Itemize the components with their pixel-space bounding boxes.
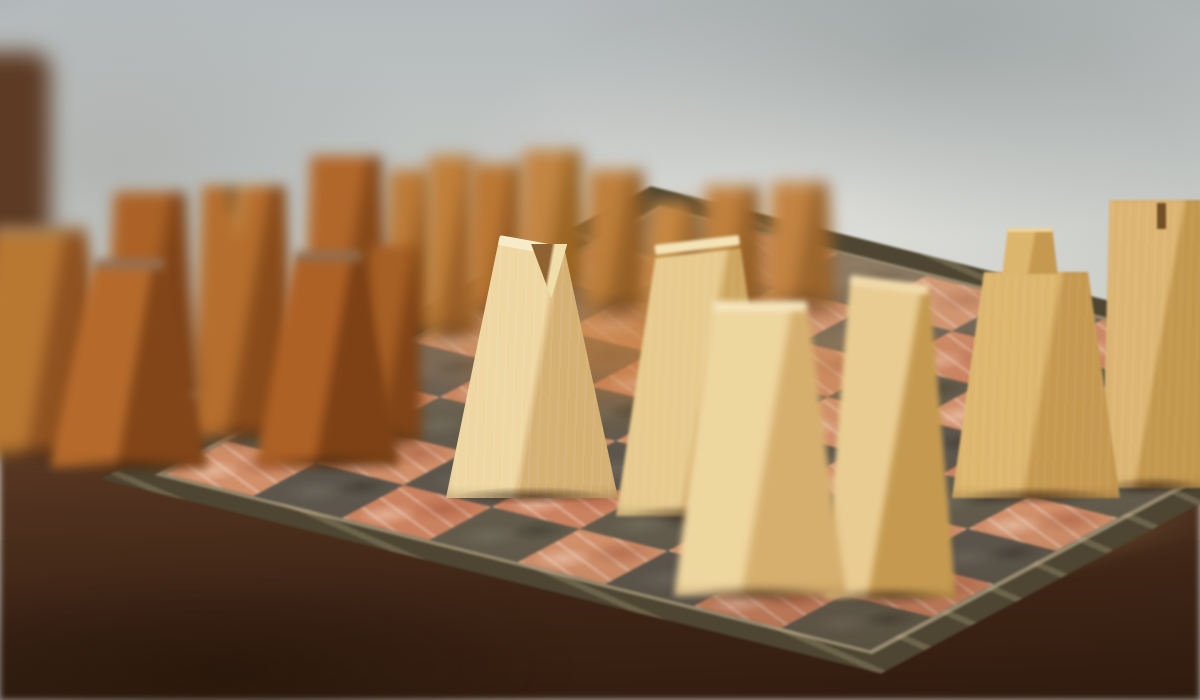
light-pawn-b-top-face [713,301,808,311]
light-rook-focus-body [446,238,618,498]
dark-pawn-f-top-face [295,251,361,261]
dark-pawn-f-body [256,254,400,466]
dark-pawn-wide-a-top-face [0,225,87,235]
light-pawn-b-shadow [657,581,863,607]
piece-dark-pawn-b [50,262,208,468]
light-rook-slot-slot [1157,203,1166,229]
dark-pawn-f-shadow [242,451,415,477]
light-rook-focus-shadow [429,483,635,509]
dark-pawn-b-body [50,262,208,468]
light-king-body [952,272,1120,498]
dark-pawn-b-top-face [94,259,164,269]
light-king-knob [1002,228,1057,274]
dark-pawn-b-shadow [34,453,224,479]
piece-light-pawn-b [674,304,846,596]
photo-chess-scene [0,0,1200,700]
piece-light-king [952,228,1120,498]
piece-light-rook-focus [446,238,618,498]
light-king-shadow [935,483,1137,509]
light-pawn-b-body [674,304,846,596]
piece-dark-pawn-f [256,254,400,466]
